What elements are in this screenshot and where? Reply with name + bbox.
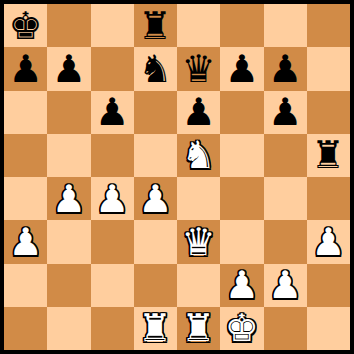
square-h2[interactable] xyxy=(307,264,350,307)
square-f1[interactable]: ♚ xyxy=(220,307,263,350)
square-a5[interactable] xyxy=(4,134,47,177)
square-c8[interactable] xyxy=(91,4,134,47)
piece-white-knight-e5[interactable]: ♞ xyxy=(182,136,216,174)
square-g5[interactable] xyxy=(264,134,307,177)
piece-black-pawn-g6[interactable]: ♟ xyxy=(268,93,302,131)
square-d4[interactable]: ♟ xyxy=(134,177,177,220)
square-h5[interactable]: ♜ xyxy=(307,134,350,177)
square-h7[interactable] xyxy=(307,47,350,90)
piece-black-pawn-b7[interactable]: ♟ xyxy=(52,50,86,88)
square-d5[interactable] xyxy=(134,134,177,177)
piece-white-rook-e1[interactable]: ♜ xyxy=(182,309,216,347)
piece-white-pawn-d4[interactable]: ♟ xyxy=(138,180,172,218)
square-h6[interactable] xyxy=(307,91,350,134)
square-b2[interactable] xyxy=(47,264,90,307)
piece-white-pawn-b4[interactable]: ♟ xyxy=(52,180,86,218)
square-e5[interactable]: ♞ xyxy=(177,134,220,177)
square-f5[interactable] xyxy=(220,134,263,177)
square-c1[interactable] xyxy=(91,307,134,350)
piece-black-king-a8[interactable]: ♚ xyxy=(9,7,43,45)
piece-black-pawn-c6[interactable]: ♟ xyxy=(95,93,129,131)
square-b8[interactable] xyxy=(47,4,90,47)
square-g4[interactable] xyxy=(264,177,307,220)
piece-black-rook-d8[interactable]: ♜ xyxy=(138,7,172,45)
square-e3[interactable]: ♛ xyxy=(177,220,220,263)
square-e4[interactable] xyxy=(177,177,220,220)
piece-white-pawn-f2[interactable]: ♟ xyxy=(225,266,259,304)
piece-black-pawn-a7[interactable]: ♟ xyxy=(9,50,43,88)
piece-black-pawn-g7[interactable]: ♟ xyxy=(268,50,302,88)
square-h1[interactable] xyxy=(307,307,350,350)
square-g3[interactable] xyxy=(264,220,307,263)
square-a7[interactable]: ♟ xyxy=(4,47,47,90)
square-g6[interactable]: ♟ xyxy=(264,91,307,134)
square-c4[interactable]: ♟ xyxy=(91,177,134,220)
square-d1[interactable]: ♜ xyxy=(134,307,177,350)
square-f6[interactable] xyxy=(220,91,263,134)
square-e2[interactable] xyxy=(177,264,220,307)
square-a8[interactable]: ♚ xyxy=(4,4,47,47)
square-g7[interactable]: ♟ xyxy=(264,47,307,90)
square-a2[interactable] xyxy=(4,264,47,307)
square-b4[interactable]: ♟ xyxy=(47,177,90,220)
square-a4[interactable] xyxy=(4,177,47,220)
piece-black-pawn-e6[interactable]: ♟ xyxy=(182,93,216,131)
square-d7[interactable]: ♞ xyxy=(134,47,177,90)
square-d2[interactable] xyxy=(134,264,177,307)
square-d3[interactable] xyxy=(134,220,177,263)
square-a6[interactable] xyxy=(4,91,47,134)
piece-black-rook-h5[interactable]: ♜ xyxy=(311,136,345,174)
piece-white-pawn-g2[interactable]: ♟ xyxy=(268,266,302,304)
square-g8[interactable] xyxy=(264,4,307,47)
piece-white-rook-d1[interactable]: ♜ xyxy=(138,309,172,347)
square-b6[interactable] xyxy=(47,91,90,134)
square-c3[interactable] xyxy=(91,220,134,263)
piece-black-queen-e7[interactable]: ♛ xyxy=(182,50,216,88)
square-e1[interactable]: ♜ xyxy=(177,307,220,350)
piece-white-queen-e3[interactable]: ♛ xyxy=(182,223,216,261)
square-f7[interactable]: ♟ xyxy=(220,47,263,90)
piece-white-king-f1[interactable]: ♚ xyxy=(225,309,259,347)
square-g2[interactable]: ♟ xyxy=(264,264,307,307)
piece-white-pawn-a3[interactable]: ♟ xyxy=(9,223,43,261)
square-d6[interactable] xyxy=(134,91,177,134)
square-e7[interactable]: ♛ xyxy=(177,47,220,90)
square-d8[interactable]: ♜ xyxy=(134,4,177,47)
chess-board: ♚♜♟♟♞♛♟♟♟♟♟♞♜♟♟♟♟♛♟♟♟♜♜♚ xyxy=(4,4,350,350)
square-f2[interactable]: ♟ xyxy=(220,264,263,307)
piece-black-pawn-f7[interactable]: ♟ xyxy=(225,50,259,88)
square-h8[interactable] xyxy=(307,4,350,47)
square-a1[interactable] xyxy=(4,307,47,350)
square-c5[interactable] xyxy=(91,134,134,177)
square-e6[interactable]: ♟ xyxy=(177,91,220,134)
square-b1[interactable] xyxy=(47,307,90,350)
square-c7[interactable] xyxy=(91,47,134,90)
square-b7[interactable]: ♟ xyxy=(47,47,90,90)
chess-board-frame: ♚♜♟♟♞♛♟♟♟♟♟♞♜♟♟♟♟♛♟♟♟♜♜♚ xyxy=(0,0,354,354)
square-a3[interactable]: ♟ xyxy=(4,220,47,263)
piece-black-knight-d7[interactable]: ♞ xyxy=(138,50,172,88)
piece-white-pawn-c4[interactable]: ♟ xyxy=(95,180,129,218)
piece-white-pawn-h3[interactable]: ♟ xyxy=(311,223,345,261)
square-c6[interactable]: ♟ xyxy=(91,91,134,134)
square-b5[interactable] xyxy=(47,134,90,177)
square-f3[interactable] xyxy=(220,220,263,263)
square-h4[interactable] xyxy=(307,177,350,220)
square-c2[interactable] xyxy=(91,264,134,307)
square-f8[interactable] xyxy=(220,4,263,47)
square-f4[interactable] xyxy=(220,177,263,220)
square-b3[interactable] xyxy=(47,220,90,263)
square-g1[interactable] xyxy=(264,307,307,350)
square-e8[interactable] xyxy=(177,4,220,47)
square-h3[interactable]: ♟ xyxy=(307,220,350,263)
